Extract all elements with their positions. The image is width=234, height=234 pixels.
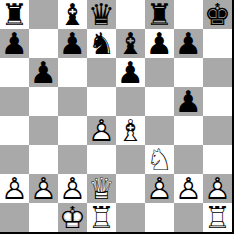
square-h5[interactable]	[203, 87, 232, 116]
square-b7[interactable]	[29, 29, 58, 58]
piece-outline-layer: ♔	[58, 203, 87, 232]
square-e2[interactable]	[116, 174, 145, 203]
piece-black-rook: ♜	[0, 0, 29, 29]
piece-fill-layer: ♟	[204, 175, 231, 202]
square-f4[interactable]	[145, 116, 174, 145]
piece-fill-layer: ♜	[204, 204, 231, 231]
square-d4[interactable]: ♟♙	[87, 116, 116, 145]
piece-white-pawn: ♟♙	[174, 174, 203, 203]
square-a2[interactable]: ♟♙	[0, 174, 29, 203]
piece-white-pawn: ♟♙	[145, 174, 174, 203]
piece-outline-layer: ♗	[116, 116, 145, 145]
square-g4[interactable]	[174, 116, 203, 145]
square-b6[interactable]: ♟	[29, 58, 58, 87]
square-f2[interactable]: ♟♙	[145, 174, 174, 203]
square-g8[interactable]	[174, 0, 203, 29]
piece-fill-layer: ♜	[88, 204, 115, 231]
square-e7[interactable]: ♝	[116, 29, 145, 58]
square-f8[interactable]: ♜	[145, 0, 174, 29]
square-b1[interactable]	[29, 203, 58, 232]
piece-outline-layer: ♙	[29, 174, 58, 203]
square-h7[interactable]	[203, 29, 232, 58]
piece-outline-layer: ♙	[145, 174, 174, 203]
square-e6[interactable]: ♟	[116, 58, 145, 87]
piece-outline-layer: ♙	[174, 174, 203, 203]
piece-fill-layer: ♞	[146, 146, 173, 173]
square-h1[interactable]: ♜♖	[203, 203, 232, 232]
square-g5[interactable]: ♟	[174, 87, 203, 116]
piece-white-rook: ♜♖	[87, 203, 116, 232]
piece-outline-layer: ♙	[203, 174, 232, 203]
piece-glyph: ♟	[174, 29, 203, 58]
square-a5[interactable]	[0, 87, 29, 116]
square-d2[interactable]: ♛♕	[87, 174, 116, 203]
piece-white-knight: ♞♘	[145, 145, 174, 174]
square-h8[interactable]: ♚	[203, 0, 232, 29]
piece-white-pawn: ♟♙	[0, 174, 29, 203]
square-h4[interactable]	[203, 116, 232, 145]
square-b2[interactable]: ♟♙	[29, 174, 58, 203]
square-a3[interactable]	[0, 145, 29, 174]
piece-white-queen: ♛♕	[87, 174, 116, 203]
square-b5[interactable]	[29, 87, 58, 116]
square-c8[interactable]: ♝	[58, 0, 87, 29]
piece-fill-layer: ♚	[59, 204, 86, 231]
square-a4[interactable]	[0, 116, 29, 145]
piece-glyph: ♟	[0, 29, 29, 58]
piece-black-pawn: ♟	[58, 29, 87, 58]
square-f1[interactable]	[145, 203, 174, 232]
square-c3[interactable]	[58, 145, 87, 174]
piece-outline-layer: ♕	[87, 174, 116, 203]
piece-black-pawn: ♟	[174, 87, 203, 116]
square-c4[interactable]	[58, 116, 87, 145]
square-c1[interactable]: ♚♔	[58, 203, 87, 232]
piece-glyph: ♟	[145, 29, 174, 58]
piece-black-pawn: ♟	[0, 29, 29, 58]
piece-fill-layer: ♛	[88, 175, 115, 202]
square-d7[interactable]: ♞	[87, 29, 116, 58]
piece-black-bishop: ♝	[58, 0, 87, 29]
piece-black-pawn: ♟	[29, 58, 58, 87]
piece-fill-layer: ♟	[175, 175, 202, 202]
square-c6[interactable]	[58, 58, 87, 87]
square-e3[interactable]	[116, 145, 145, 174]
piece-black-knight: ♞	[87, 29, 116, 58]
square-b3[interactable]	[29, 145, 58, 174]
piece-outline-layer: ♖	[87, 203, 116, 232]
square-e5[interactable]	[116, 87, 145, 116]
square-h2[interactable]: ♟♙	[203, 174, 232, 203]
piece-outline-layer: ♖	[203, 203, 232, 232]
piece-outline-layer: ♙	[0, 174, 29, 203]
square-g2[interactable]: ♟♙	[174, 174, 203, 203]
piece-fill-layer: ♟	[30, 175, 57, 202]
piece-outline-layer: ♙	[58, 174, 87, 203]
square-c2[interactable]: ♟♙	[58, 174, 87, 203]
piece-white-king: ♚♔	[58, 203, 87, 232]
piece-glyph: ♜	[0, 0, 29, 29]
square-d8[interactable]: ♛	[87, 0, 116, 29]
piece-black-bishop: ♝	[116, 29, 145, 58]
piece-glyph: ♟	[58, 29, 87, 58]
square-f6[interactable]	[145, 58, 174, 87]
piece-black-queen: ♛	[87, 0, 116, 29]
square-c5[interactable]	[58, 87, 87, 116]
piece-fill-layer: ♟	[59, 175, 86, 202]
square-a8[interactable]: ♜	[0, 0, 29, 29]
piece-glyph: ♟	[116, 58, 145, 87]
square-e8[interactable]	[116, 0, 145, 29]
square-c7[interactable]: ♟	[58, 29, 87, 58]
square-b4[interactable]	[29, 116, 58, 145]
piece-white-pawn: ♟♙	[58, 174, 87, 203]
square-a1[interactable]	[0, 203, 29, 232]
piece-fill-layer: ♟	[146, 175, 173, 202]
square-e4[interactable]: ♝♗	[116, 116, 145, 145]
square-a6[interactable]	[0, 58, 29, 87]
piece-white-pawn: ♟♙	[87, 116, 116, 145]
piece-fill-layer: ♝	[117, 117, 144, 144]
piece-glyph: ♝	[58, 0, 87, 29]
square-g3[interactable]	[174, 145, 203, 174]
square-e1[interactable]	[116, 203, 145, 232]
square-f7[interactable]: ♟	[145, 29, 174, 58]
piece-white-rook: ♜♖	[203, 203, 232, 232]
piece-glyph: ♞	[87, 29, 116, 58]
piece-black-pawn: ♟	[145, 29, 174, 58]
piece-black-rook: ♜	[145, 0, 174, 29]
piece-white-pawn: ♟♙	[29, 174, 58, 203]
square-g1[interactable]	[174, 203, 203, 232]
square-h6[interactable]	[203, 58, 232, 87]
square-h3[interactable]	[203, 145, 232, 174]
piece-black-king: ♚	[203, 0, 232, 29]
square-g7[interactable]: ♟	[174, 29, 203, 58]
piece-glyph: ♚	[203, 0, 232, 29]
piece-glyph: ♟	[174, 87, 203, 116]
piece-white-pawn: ♟♙	[203, 174, 232, 203]
piece-black-pawn: ♟	[174, 29, 203, 58]
piece-glyph: ♝	[116, 29, 145, 58]
piece-outline-layer: ♘	[145, 145, 174, 174]
piece-glyph: ♛	[87, 0, 116, 29]
piece-fill-layer: ♟	[1, 175, 28, 202]
square-g6[interactable]	[174, 58, 203, 87]
square-b8[interactable]	[29, 0, 58, 29]
square-d6[interactable]	[87, 58, 116, 87]
piece-white-bishop: ♝♗	[116, 116, 145, 145]
chess-board: ♜♝♛♜♚♟♟♞♝♟♟♟♟♟♟♙♝♗♞♘♟♙♟♙♟♙♛♕♟♙♟♙♟♙♚♔♜♖♜♖	[0, 0, 234, 234]
square-a7[interactable]: ♟	[0, 29, 29, 58]
piece-outline-layer: ♙	[87, 116, 116, 145]
piece-glyph: ♜	[145, 0, 174, 29]
square-f3[interactable]: ♞♘	[145, 145, 174, 174]
piece-fill-layer: ♟	[88, 117, 115, 144]
piece-black-pawn: ♟	[116, 58, 145, 87]
square-f5[interactable]	[145, 87, 174, 116]
piece-glyph: ♟	[29, 58, 58, 87]
square-d5[interactable]	[87, 87, 116, 116]
square-d1[interactable]: ♜♖	[87, 203, 116, 232]
square-d3[interactable]	[87, 145, 116, 174]
